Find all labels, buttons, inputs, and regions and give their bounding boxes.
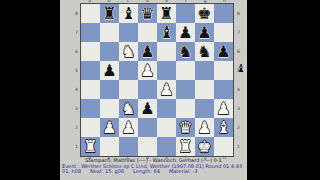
square-h4 [214,80,233,99]
white-rook: ♜ [81,137,100,156]
rank-label-8: 8 [74,4,79,23]
square-a4 [81,80,100,99]
square-d4 [138,80,157,99]
square-b7 [100,23,119,42]
status-item-1: Next: 15. g06 [90,169,124,175]
square-c3: ♞ [119,99,138,118]
square-e4: ♟ [157,80,176,99]
square-g4 [195,80,214,99]
square-c1 [119,137,138,156]
square-b3 [100,99,119,118]
rank-label-6: 6 [74,42,79,61]
status-item-0: 01. h08 [62,169,81,175]
square-h5 [214,61,233,80]
square-f3 [176,99,195,118]
square-a6 [81,42,100,61]
white-king: ♚ [195,137,214,156]
status-line: 01. h08Next: 15. g06Length: 64Material: … [62,169,247,175]
square-g7: ♟ [195,23,214,42]
square-g5 [195,61,214,80]
video-frame: { "game": "chess", "position": { "fen": … [0,0,320,180]
square-f1: ♜ [176,137,195,156]
material-indicator-black-bishop-icon: ♝ [235,62,247,76]
rank-label-3: 3 [236,99,241,118]
rank-label-8: 8 [236,4,241,23]
square-e8: ♜ [157,4,176,23]
square-a5 [81,61,100,80]
square-d5: ♟ [138,61,157,80]
square-d6: ♟ [138,42,157,61]
white-knight: ♞ [119,99,138,118]
square-c2: ♟ [119,118,138,137]
square-d7 [138,23,157,42]
square-d2 [138,118,157,137]
square-h6: ♟ [214,42,233,61]
black-queen: ♛ [138,4,157,23]
status-item-2: Length: 64 [133,169,160,175]
square-b4 [100,80,119,99]
square-g3 [195,99,214,118]
white-bishop: ♝ [214,118,233,137]
square-g8: ♚ [195,4,214,23]
rank-label-3: 3 [74,99,79,118]
status-item-3: Material: -3 [169,169,198,175]
rank-label-4: 4 [74,80,79,99]
square-g1: ♚ [195,137,214,156]
black-rook: ♜ [100,4,119,23]
rank-labels-right: 87654321 [236,4,241,156]
square-f4 [176,80,195,99]
black-knight: ♞ [195,42,214,61]
black-bishop: ♝ [157,23,176,42]
square-b6 [100,42,119,61]
square-h7 [214,23,233,42]
rank-label-1: 1 [74,137,79,156]
square-e3 [157,99,176,118]
black-knight: ♞ [176,42,195,61]
square-f6: ♞ [176,42,195,61]
white-pawn: ♟ [100,118,119,137]
square-c7 [119,23,138,42]
white-queen: ♛ [176,118,195,137]
square-a8 [81,4,100,23]
black-pawn: ♟ [138,42,157,61]
square-a7 [81,23,100,42]
rank-label-2: 2 [74,118,79,137]
rank-label-2: 2 [236,118,241,137]
rank-label-1: 1 [236,137,241,156]
rank-labels-left: 87654321 [74,4,79,156]
square-e2 [157,118,176,137]
square-e6 [157,42,176,61]
diagram-panel: abcdefgh 87654321 ♜♝♛♜♚♝♟♟♞♟♞♞♟♟♟♟♞♟♟♟♟♛… [60,0,247,180]
square-b2: ♟ [100,118,119,137]
black-pawn: ♟ [176,23,195,42]
black-king: ♚ [195,4,214,23]
black-pawn: ♟ [100,61,119,80]
white-rook: ♜ [176,137,195,156]
square-h8 [214,4,233,23]
square-c8: ♝ [119,4,138,23]
square-h1 [214,137,233,156]
black-rook: ♜ [157,4,176,23]
square-c4 [119,80,138,99]
rank-label-7: 7 [236,23,241,42]
square-h3: ♟ [214,99,233,118]
square-g2: ♟ [195,118,214,137]
square-d1 [138,137,157,156]
rank-label-7: 7 [74,23,79,42]
square-a2 [81,118,100,137]
white-pawn: ♟ [195,118,214,137]
square-f5 [176,61,195,80]
square-a3 [81,99,100,118]
square-c5 [119,61,138,80]
chess-board: ♜♝♛♜♚♝♟♟♞♟♞♞♟♟♟♟♞♟♟♟♟♛♟♝♜♜♚ [80,3,234,157]
white-knight: ♞ [119,42,138,61]
square-f7: ♟ [176,23,195,42]
square-d8: ♛ [138,4,157,23]
black-pawn: ♟ [138,99,157,118]
square-e1 [157,137,176,156]
square-e7: ♝ [157,23,176,42]
rank-label-6: 6 [236,42,241,61]
square-b5: ♟ [100,61,119,80]
white-pawn: ♟ [138,61,157,80]
black-pawn: ♟ [214,42,233,61]
square-f2: ♛ [176,118,195,137]
black-pawn: ♟ [195,23,214,42]
rank-label-5: 5 [74,61,79,80]
square-h2: ♝ [214,118,233,137]
square-g6: ♞ [195,42,214,61]
square-b1 [100,137,119,156]
square-a1: ♜ [81,137,100,156]
rank-label-4: 4 [236,80,241,99]
square-d3: ♟ [138,99,157,118]
game-info-footer: Stampach, Matthias (----) - Wannoch, Ger… [60,158,247,175]
white-pawn: ♟ [157,80,176,99]
square-b8: ♜ [100,4,119,23]
letterbox-right [247,0,320,180]
black-bishop: ♝ [119,4,138,23]
white-pawn: ♟ [214,99,233,118]
letterbox-left [0,0,60,180]
square-f8 [176,4,195,23]
square-c6: ♞ [119,42,138,61]
square-e5 [157,61,176,80]
white-pawn: ♟ [119,118,138,137]
